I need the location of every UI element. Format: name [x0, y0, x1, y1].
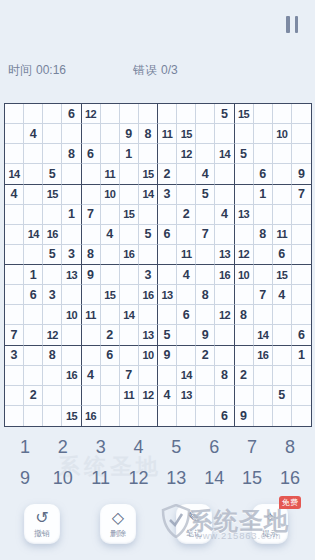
cell-r7c14[interactable]: 8 [254, 225, 273, 245]
cell-r11c14[interactable] [254, 305, 273, 325]
cell-r13c4[interactable] [62, 346, 81, 366]
cell-r16c12[interactable]: 6 [215, 406, 234, 426]
cell-r8c4[interactable]: 3 [62, 245, 81, 265]
numpad-key-3[interactable]: 3 [89, 437, 113, 458]
cell-r16c3[interactable] [43, 406, 62, 426]
cell-r13c6[interactable]: 6 [101, 346, 120, 366]
pause-bar [286, 16, 290, 33]
cell-r10c13[interactable] [235, 285, 254, 305]
cell-r4c14[interactable]: 6 [254, 164, 273, 184]
cell-r4c6[interactable]: 11 [101, 164, 120, 184]
pause-icon[interactable] [282, 14, 302, 34]
errors-label: 错误 [133, 63, 157, 77]
cell-r11c10[interactable]: 6 [177, 305, 196, 325]
cell-r15c3[interactable] [43, 386, 62, 406]
cell-r9c2[interactable]: 1 [24, 265, 43, 285]
cell-r10c3[interactable]: 3 [43, 285, 62, 305]
cell-r14c10[interactable]: 14 [177, 366, 196, 386]
cell-r14c2[interactable] [24, 366, 43, 386]
cell-r7c2[interactable]: 14 [24, 225, 43, 245]
cell-r8c12[interactable]: 13 [215, 245, 234, 265]
cell-r8c11[interactable] [196, 245, 215, 265]
cell-r12c8[interactable]: 13 [139, 325, 158, 345]
cell-r4c11[interactable]: 4 [196, 164, 215, 184]
cell-r11c9[interactable] [158, 305, 177, 325]
numpad-key-4[interactable]: 4 [127, 437, 151, 458]
cell-r3c7[interactable]: 1 [120, 144, 139, 164]
cell-r5c7[interactable] [120, 185, 139, 205]
cell-r3c14[interactable] [254, 144, 273, 164]
cell-r12c16[interactable]: 6 [292, 325, 311, 345]
cell-r5c8[interactable]: 14 [139, 185, 158, 205]
cell-r1c3[interactable] [43, 104, 62, 124]
cell-r5c6[interactable]: 10 [101, 185, 120, 205]
cell-r15c14[interactable] [254, 386, 273, 406]
cell-r7c1[interactable] [5, 225, 24, 245]
erase-label: 删除 [110, 528, 126, 539]
cell-r4c16[interactable]: 9 [292, 164, 311, 184]
cell-r12c5[interactable] [82, 325, 101, 345]
cell-r14c3[interactable] [43, 366, 62, 386]
cell-r9c7[interactable] [120, 265, 139, 285]
cell-r13c16[interactable]: 1 [292, 346, 311, 366]
cell-r2c13[interactable] [235, 124, 254, 144]
cell-r7c9[interactable]: 6 [158, 225, 177, 245]
cell-r10c5[interactable] [82, 285, 101, 305]
notes-button[interactable]: ✎笔记 [176, 504, 212, 544]
cell-r12c10[interactable] [177, 325, 196, 345]
erase-button[interactable]: ◇删除 [100, 504, 136, 544]
cell-r10c12[interactable] [215, 285, 234, 305]
cell-r13c7[interactable] [120, 346, 139, 366]
cell-r15c11[interactable] [196, 386, 215, 406]
numpad-row-2: 910111213141516 [0, 468, 315, 489]
cell-r4c1[interactable]: 14 [5, 164, 24, 184]
cell-r13c1[interactable]: 3 [5, 346, 24, 366]
cell-r15c9[interactable]: 4 [158, 386, 177, 406]
cell-r7c8[interactable]: 5 [139, 225, 158, 245]
cell-r10c16[interactable] [292, 285, 311, 305]
cell-r7c13[interactable] [235, 225, 254, 245]
cell-r1c2[interactable] [24, 104, 43, 124]
cell-r6c11[interactable] [196, 205, 215, 225]
cell-r15c13[interactable] [235, 386, 254, 406]
cell-r9c15[interactable]: 15 [273, 265, 292, 285]
cell-r10c11[interactable]: 8 [196, 285, 215, 305]
notes-label: 笔记 [186, 528, 202, 539]
cell-r16c13[interactable]: 9 [235, 406, 254, 426]
cell-r5c16[interactable]: 7 [292, 185, 311, 205]
cell-r8c6[interactable] [101, 245, 120, 265]
numpad-key-9[interactable]: 9 [13, 468, 37, 489]
cell-r13c5[interactable] [82, 346, 101, 366]
pause-bar [295, 16, 299, 33]
cell-r4c10[interactable] [177, 164, 196, 184]
numpad-key-7[interactable]: 7 [240, 437, 264, 458]
hint-icon: ✧ [263, 509, 276, 527]
cell-r9c16[interactable] [292, 265, 311, 285]
cell-r2c2[interactable]: 4 [24, 124, 43, 144]
cell-r1c5[interactable]: 12 [82, 104, 101, 124]
cell-r10c1[interactable] [5, 285, 24, 305]
cell-r5c9[interactable]: 3 [158, 185, 177, 205]
hint-label: 提示 [262, 528, 278, 539]
cell-r4c9[interactable]: 2 [158, 164, 177, 184]
numpad-key-11[interactable]: 11 [89, 468, 113, 489]
cell-r8c7[interactable]: 16 [120, 245, 139, 265]
cell-r3c10[interactable]: 12 [177, 144, 196, 164]
numpad-key-15[interactable]: 15 [240, 468, 264, 489]
cell-r1c10[interactable] [177, 104, 196, 124]
cell-r16c10[interactable] [177, 406, 196, 426]
cell-r1c4[interactable]: 6 [62, 104, 81, 124]
cell-r1c11[interactable] [196, 104, 215, 124]
cell-r3c16[interactable] [292, 144, 311, 164]
cell-r3c15[interactable] [273, 144, 292, 164]
cell-r9c4[interactable]: 13 [62, 265, 81, 285]
cell-r2c3[interactable] [43, 124, 62, 144]
cell-r2c14[interactable] [254, 124, 273, 144]
cell-r14c6[interactable] [101, 366, 120, 386]
cell-r14c8[interactable] [139, 366, 158, 386]
cell-r10c10[interactable] [177, 285, 196, 305]
cell-r12c14[interactable]: 14 [254, 325, 273, 345]
cell-r10c15[interactable]: 4 [273, 285, 292, 305]
cell-r16c6[interactable] [101, 406, 120, 426]
cell-r1c14[interactable] [254, 104, 273, 124]
cell-r11c1[interactable] [5, 305, 24, 325]
cell-r12c13[interactable] [235, 325, 254, 345]
cell-r13c9[interactable]: 9 [158, 346, 177, 366]
cell-r6c3[interactable] [43, 205, 62, 225]
cell-r16c4[interactable]: 15 [62, 406, 81, 426]
cell-r2c16[interactable] [292, 124, 311, 144]
cell-r11c3[interactable] [43, 305, 62, 325]
cell-r8c8[interactable] [139, 245, 158, 265]
cell-r12c11[interactable]: 9 [196, 325, 215, 345]
undo-label: 撤销 [34, 528, 50, 539]
cell-r15c2[interactable]: 2 [24, 386, 43, 406]
numpad-key-12[interactable]: 12 [127, 468, 151, 489]
cell-r11c4[interactable]: 10 [62, 305, 81, 325]
cell-r4c2[interactable] [24, 164, 43, 184]
cell-r7c5[interactable] [82, 225, 101, 245]
notes-icon: ✎ [187, 509, 200, 527]
numpad-key-2[interactable]: 2 [51, 437, 75, 458]
cell-r9c3[interactable] [43, 265, 62, 285]
cell-r13c12[interactable] [215, 346, 234, 366]
cell-r10c9[interactable]: 13 [158, 285, 177, 305]
cell-r11c8[interactable] [139, 305, 158, 325]
cell-r14c12[interactable]: 8 [215, 366, 234, 386]
cell-r13c3[interactable]: 8 [43, 346, 62, 366]
cell-r14c9[interactable] [158, 366, 177, 386]
cell-r9c1[interactable] [5, 265, 24, 285]
cell-r12c4[interactable] [62, 325, 81, 345]
cell-r6c4[interactable]: 1 [62, 205, 81, 225]
cell-r8c3[interactable]: 5 [43, 245, 62, 265]
cell-r9c8[interactable]: 3 [139, 265, 158, 285]
cell-r11c2[interactable] [24, 305, 43, 325]
cell-r13c11[interactable]: 2 [196, 346, 215, 366]
cell-r11c15[interactable] [273, 305, 292, 325]
cell-r6c14[interactable] [254, 205, 273, 225]
cell-r4c7[interactable] [120, 164, 139, 184]
cell-r12c15[interactable] [273, 325, 292, 345]
undo-icon: ↺ [35, 509, 48, 527]
cell-r5c12[interactable] [215, 185, 234, 205]
cell-r11c13[interactable]: 8 [235, 305, 254, 325]
cell-r4c15[interactable] [273, 164, 292, 184]
cell-r12c2[interactable] [24, 325, 43, 345]
cell-r9c11[interactable] [196, 265, 215, 285]
cell-r10c2[interactable]: 6 [24, 285, 43, 305]
cell-r15c6[interactable] [101, 386, 120, 406]
cell-r7c3[interactable]: 16 [43, 225, 62, 245]
cell-r16c9[interactable] [158, 406, 177, 426]
numpad-key-13[interactable]: 13 [164, 468, 188, 489]
cell-r14c11[interactable] [196, 366, 215, 386]
cell-r14c13[interactable]: 2 [235, 366, 254, 386]
cell-r16c1[interactable] [5, 406, 24, 426]
cell-r14c7[interactable]: 7 [120, 366, 139, 386]
cell-r4c3[interactable]: 5 [43, 164, 62, 184]
cell-r6c16[interactable] [292, 205, 311, 225]
cell-r8c1[interactable] [5, 245, 24, 265]
cell-r13c2[interactable] [24, 346, 43, 366]
cell-r14c1[interactable] [5, 366, 24, 386]
errors-display: 错误0/3 [133, 62, 178, 79]
cell-r4c13[interactable] [235, 164, 254, 184]
cell-r7c4[interactable] [62, 225, 81, 245]
cell-r6c8[interactable] [139, 205, 158, 225]
cell-r6c15[interactable] [273, 205, 292, 225]
cell-r1c15[interactable] [273, 104, 292, 124]
numpad-key-5[interactable]: 5 [164, 437, 188, 458]
cell-r3c3[interactable] [43, 144, 62, 164]
cell-r2c9[interactable]: 11 [158, 124, 177, 144]
cell-r11c11[interactable] [196, 305, 215, 325]
numpad-key-10[interactable]: 10 [51, 468, 75, 489]
cell-r15c4[interactable] [62, 386, 81, 406]
cell-r6c9[interactable] [158, 205, 177, 225]
cell-r11c5[interactable]: 11 [82, 305, 101, 325]
cell-r1c12[interactable]: 5 [215, 104, 234, 124]
cell-r16c7[interactable] [120, 406, 139, 426]
cell-r2c6[interactable] [101, 124, 120, 144]
cell-r11c12[interactable]: 12 [215, 305, 234, 325]
cell-r12c7[interactable] [120, 325, 139, 345]
errors-value: 0/3 [161, 63, 178, 77]
cell-r3c6[interactable] [101, 144, 120, 164]
cell-r5c14[interactable]: 1 [254, 185, 273, 205]
cell-r8c16[interactable] [292, 245, 311, 265]
cell-r9c5[interactable]: 9 [82, 265, 101, 285]
cell-r6c1[interactable] [5, 205, 24, 225]
cell-r10c6[interactable]: 15 [101, 285, 120, 305]
numpad-row-1: 12345678 [0, 437, 315, 458]
cell-r16c11[interactable] [196, 406, 215, 426]
cell-r2c5[interactable] [82, 124, 101, 144]
numpad-key-16[interactable]: 16 [278, 468, 302, 489]
cell-r9c6[interactable] [101, 265, 120, 285]
cell-r14c5[interactable]: 4 [82, 366, 101, 386]
cell-r2c4[interactable] [62, 124, 81, 144]
cell-r6c6[interactable] [101, 205, 120, 225]
cell-r9c10[interactable]: 4 [177, 265, 196, 285]
cell-r11c16[interactable] [292, 305, 311, 325]
cell-r7c12[interactable] [215, 225, 234, 245]
cell-r3c1[interactable] [5, 144, 24, 164]
cell-r12c1[interactable]: 7 [5, 325, 24, 345]
cell-r13c10[interactable] [177, 346, 196, 366]
cell-r5c13[interactable] [235, 185, 254, 205]
cell-r11c6[interactable] [101, 305, 120, 325]
cell-r2c7[interactable]: 9 [120, 124, 139, 144]
cell-r13c13[interactable] [235, 346, 254, 366]
cell-r5c1[interactable]: 4 [5, 185, 24, 205]
cell-r9c13[interactable]: 10 [235, 265, 254, 285]
time-label: 时间 [8, 63, 32, 77]
cell-r12c12[interactable] [215, 325, 234, 345]
cell-r1c1[interactable] [5, 104, 24, 124]
cell-r8c15[interactable]: 6 [273, 245, 292, 265]
cell-r9c9[interactable] [158, 265, 177, 285]
cell-r11c7[interactable]: 14 [120, 305, 139, 325]
cell-r7c10[interactable] [177, 225, 196, 245]
cell-r10c14[interactable]: 7 [254, 285, 273, 305]
cell-r7c16[interactable] [292, 225, 311, 245]
cell-r8c14[interactable] [254, 245, 273, 265]
cell-r2c15[interactable]: 10 [273, 124, 292, 144]
cell-r4c8[interactable]: 15 [139, 164, 158, 184]
cell-r7c7[interactable] [120, 225, 139, 245]
cell-r9c14[interactable] [254, 265, 273, 285]
cell-r2c11[interactable] [196, 124, 215, 144]
cell-r3c8[interactable] [139, 144, 158, 164]
cell-r2c10[interactable]: 15 [177, 124, 196, 144]
cell-r4c12[interactable] [215, 164, 234, 184]
cell-r8c10[interactable]: 11 [177, 245, 196, 265]
cell-r14c14[interactable] [254, 366, 273, 386]
cell-r1c9[interactable] [158, 104, 177, 124]
cell-r6c5[interactable]: 7 [82, 205, 101, 225]
cell-r3c11[interactable] [196, 144, 215, 164]
hint-button[interactable]: ✧提示 [252, 504, 288, 544]
cell-r15c5[interactable] [82, 386, 101, 406]
cell-r16c5[interactable]: 16 [82, 406, 101, 426]
cell-r1c16[interactable] [292, 104, 311, 124]
cell-r6c13[interactable]: 13 [235, 205, 254, 225]
cell-r12c9[interactable]: 5 [158, 325, 177, 345]
erase-icon: ◇ [112, 509, 124, 527]
cell-r3c5[interactable]: 6 [82, 144, 101, 164]
cell-r5c3[interactable]: 15 [43, 185, 62, 205]
cell-r16c2[interactable] [24, 406, 43, 426]
cell-r4c5[interactable] [82, 164, 101, 184]
time-display: 时间00:16 [8, 62, 66, 79]
cell-r7c6[interactable]: 4 [101, 225, 120, 245]
cell-r14c4[interactable]: 16 [62, 366, 81, 386]
cell-r10c7[interactable] [120, 285, 139, 305]
sudoku-board: 6125154981115108611214514511152469415101… [4, 103, 312, 427]
cell-r1c7[interactable] [120, 104, 139, 124]
numpad-key-14[interactable]: 14 [202, 468, 226, 489]
sudoku-app: 时间00:16 错误0/3 61251549811151086112145145… [0, 0, 315, 560]
cell-r7c15[interactable]: 11 [273, 225, 292, 245]
cell-r13c15[interactable] [273, 346, 292, 366]
undo-button[interactable]: ↺撤销 [24, 504, 60, 544]
cell-r2c1[interactable] [5, 124, 24, 144]
cell-r3c9[interactable] [158, 144, 177, 164]
cell-r3c4[interactable]: 8 [62, 144, 81, 164]
cell-r1c8[interactable] [139, 104, 158, 124]
cell-r15c8[interactable]: 12 [139, 386, 158, 406]
cell-r15c1[interactable] [5, 386, 24, 406]
cell-r15c7[interactable]: 11 [120, 386, 139, 406]
cell-r1c13[interactable]: 15 [235, 104, 254, 124]
cell-r6c7[interactable]: 15 [120, 205, 139, 225]
cell-r3c12[interactable]: 14 [215, 144, 234, 164]
cell-r15c10[interactable]: 13 [177, 386, 196, 406]
cell-r8c13[interactable]: 12 [235, 245, 254, 265]
cell-r8c5[interactable]: 8 [82, 245, 101, 265]
cell-r2c12[interactable] [215, 124, 234, 144]
time-value: 00:16 [36, 63, 66, 77]
cell-r7c11[interactable]: 7 [196, 225, 215, 245]
cell-r10c4[interactable] [62, 285, 81, 305]
cell-r5c15[interactable] [273, 185, 292, 205]
numpad-key-8[interactable]: 8 [278, 437, 302, 458]
cell-r14c15[interactable] [273, 366, 292, 386]
cell-r13c14[interactable]: 16 [254, 346, 273, 366]
cell-r5c4[interactable] [62, 185, 81, 205]
cell-r8c9[interactable] [158, 245, 177, 265]
cell-r13c8[interactable]: 10 [139, 346, 158, 366]
cell-r8c2[interactable] [24, 245, 43, 265]
cell-r12c3[interactable]: 12 [43, 325, 62, 345]
cell-r15c12[interactable] [215, 386, 234, 406]
cell-r6c2[interactable] [24, 205, 43, 225]
cell-r16c14[interactable] [254, 406, 273, 426]
cell-r5c11[interactable]: 5 [196, 185, 215, 205]
cell-r5c5[interactable] [82, 185, 101, 205]
numpad-key-1[interactable]: 1 [13, 437, 37, 458]
cell-r5c2[interactable] [24, 185, 43, 205]
stats-row: 时间00:16 错误0/3 [0, 62, 315, 78]
cell-r12c6[interactable]: 2 [101, 325, 120, 345]
cell-r2c8[interactable]: 8 [139, 124, 158, 144]
cell-r16c15[interactable] [273, 406, 292, 426]
cell-r9c12[interactable]: 16 [215, 265, 234, 285]
cell-r16c16[interactable] [292, 406, 311, 426]
cell-r3c2[interactable] [24, 144, 43, 164]
cell-r6c10[interactable]: 2 [177, 205, 196, 225]
cell-r15c16[interactable] [292, 386, 311, 406]
cell-r5c10[interactable] [177, 185, 196, 205]
cell-r15c15[interactable]: 5 [273, 386, 292, 406]
cell-r14c16[interactable] [292, 366, 311, 386]
cell-r16c8[interactable] [139, 406, 158, 426]
cell-r10c8[interactable]: 16 [139, 285, 158, 305]
cell-r4c4[interactable] [62, 164, 81, 184]
cell-r1c6[interactable] [101, 104, 120, 124]
cell-r3c13[interactable]: 5 [235, 144, 254, 164]
cell-r6c12[interactable]: 4 [215, 205, 234, 225]
numpad-key-6[interactable]: 6 [202, 437, 226, 458]
